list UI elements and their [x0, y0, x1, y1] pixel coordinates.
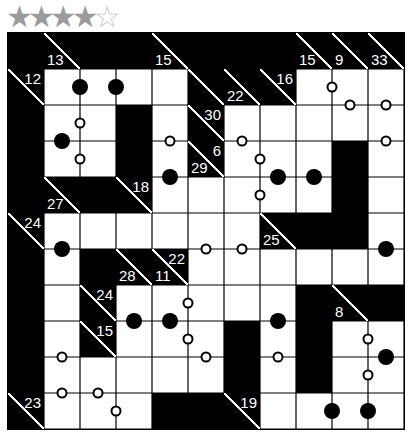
- kropki-dot-white: [111, 406, 122, 417]
- cell-r8-c8: [296, 321, 332, 357]
- across-clue: 24: [96, 287, 113, 302]
- cell-r9-c4[interactable]: [152, 357, 188, 393]
- cell-r3-c9: [332, 141, 368, 177]
- cell-r6-c9[interactable]: [332, 249, 368, 285]
- kropki-dot-white: [201, 244, 212, 255]
- across-clue: 15: [96, 323, 113, 338]
- star-filled-icon: ★: [28, 0, 50, 34]
- kropki-dot-white: [273, 352, 284, 363]
- cell-r7-c10: [368, 285, 404, 321]
- across-clue: 18: [132, 179, 149, 194]
- cell-r1-c0: 12: [8, 69, 44, 105]
- down-clue: 8: [335, 304, 343, 319]
- cell-r5-c7: 25: [260, 213, 296, 249]
- down-clue: 33: [371, 52, 388, 67]
- cell-r5-c3[interactable]: [116, 213, 152, 249]
- cell-r5-c0: 24: [8, 213, 44, 249]
- cell-r10-c6: 19: [224, 393, 260, 429]
- kropki-dot-black: [324, 403, 340, 419]
- kropki-dot-black: [360, 403, 376, 419]
- kropki-dot-white: [327, 82, 338, 93]
- kropki-dot-white: [93, 388, 104, 399]
- difficulty-rating: ★★★★☆: [6, 0, 116, 33]
- down-clue: 27: [47, 196, 64, 211]
- kropki-dot-white: [75, 118, 86, 129]
- kropki-dot-white: [57, 388, 68, 399]
- puzzle-screen: ★★★★☆ 1315159331222163062927182425282211…: [0, 0, 410, 435]
- cell-r7-c1[interactable]: [44, 285, 80, 321]
- cell-r7-c2: 24: [80, 285, 116, 321]
- cell-r0-c10: 33: [368, 33, 404, 69]
- cell-r5-c4[interactable]: [152, 213, 188, 249]
- cell-r8-c0: [8, 321, 44, 357]
- down-clue: 11: [155, 268, 171, 283]
- across-clue: 30: [204, 107, 221, 122]
- kropki-dot-black: [162, 169, 178, 185]
- star-filled-icon: ★: [72, 0, 94, 34]
- kropki-dot-white: [183, 298, 194, 309]
- kropki-dot-black: [306, 169, 322, 185]
- down-clue: 15: [299, 52, 316, 67]
- down-clue: 13: [47, 52, 64, 67]
- down-clue: 15: [155, 52, 172, 67]
- cell-r9-c8: [296, 357, 332, 393]
- down-clue: 9: [335, 52, 343, 67]
- cell-r7-c0: [8, 285, 44, 321]
- cell-r2-c5: 30: [188, 105, 224, 141]
- cell-r5-c8: [296, 213, 332, 249]
- cell-r6-c8[interactable]: [296, 249, 332, 285]
- down-clue: 22: [227, 88, 244, 103]
- kropki-dot-white: [363, 334, 374, 345]
- down-clue: 25: [263, 232, 280, 247]
- cell-r1-c5: [188, 69, 224, 105]
- cell-r7-c6[interactable]: [224, 285, 260, 321]
- down-clue: 29: [191, 160, 208, 175]
- cell-r4-c5[interactable]: [188, 177, 224, 213]
- cell-r8-c2: 15: [80, 321, 116, 357]
- cell-r10-c4: [152, 393, 188, 429]
- kropki-dot-black: [54, 241, 70, 257]
- kropki-dot-black: [378, 349, 394, 365]
- kropki-dot-black: [378, 241, 394, 257]
- across-clue: 22: [168, 251, 185, 266]
- cell-r2-c3: [116, 105, 152, 141]
- cell-r5-c2[interactable]: [80, 213, 116, 249]
- cell-r0-c4: 15: [152, 33, 188, 69]
- cell-r10-c7[interactable]: [260, 393, 296, 429]
- kropki-dot-black: [162, 313, 178, 329]
- cell-r8-c6: [224, 321, 260, 357]
- cell-r0-c6: [224, 33, 260, 69]
- cell-r3-c0: [8, 141, 44, 177]
- kropki-dot-white: [255, 190, 266, 201]
- star-filled-icon: ★: [6, 0, 28, 34]
- cell-r4-c2: [80, 177, 116, 213]
- cell-r3-c5: 629: [188, 141, 224, 177]
- cell-r4-c0: [8, 177, 44, 213]
- cell-r6-c2: [80, 249, 116, 285]
- cell-r7-c8: [296, 285, 332, 321]
- kropki-dot-white: [183, 334, 194, 345]
- across-clue: 6: [213, 143, 221, 158]
- cell-r7-c9: 8: [332, 285, 368, 321]
- kropki-dot-white: [237, 244, 248, 255]
- cell-r3-c3: [116, 141, 152, 177]
- cell-r0-c5: [188, 33, 224, 69]
- cell-r2-c7[interactable]: [260, 105, 296, 141]
- kropki-dot-black: [126, 313, 142, 329]
- across-clue: 12: [24, 71, 41, 86]
- cell-r0-c8: 15: [296, 33, 332, 69]
- cell-r0-c9: 9: [332, 33, 368, 69]
- cell-r10-c0: 23: [8, 393, 44, 429]
- cell-r1-c6: 22: [224, 69, 260, 105]
- cell-r4-c1: 27: [44, 177, 80, 213]
- cell-r0-c7: [260, 33, 296, 69]
- kropki-dot-white: [381, 136, 392, 147]
- cell-r2-c8[interactable]: [296, 105, 332, 141]
- cell-r0-c3: [116, 33, 152, 69]
- cell-r4-c10[interactable]: [368, 177, 404, 213]
- kropki-dot-black: [54, 133, 70, 149]
- across-clue: 23: [24, 395, 41, 410]
- down-clue: 28: [119, 268, 136, 283]
- kropki-dot-black: [270, 313, 286, 329]
- star-empty-icon: ☆: [94, 0, 116, 34]
- cell-r4-c3: 18: [116, 177, 152, 213]
- kropki-dot-white: [75, 154, 86, 165]
- kropki-dot-white: [345, 100, 356, 111]
- across-clue: 16: [276, 71, 293, 86]
- cell-r2-c0: [8, 105, 44, 141]
- cell-r0-c1: 13: [44, 33, 80, 69]
- cell-r0-c2: [80, 33, 116, 69]
- kropki-dot-white: [255, 154, 266, 165]
- cell-r6-c3: 28: [116, 249, 152, 285]
- cell-r9-c6: [224, 357, 260, 393]
- cell-r1-c4[interactable]: [152, 69, 188, 105]
- kropki-dot-black: [108, 79, 124, 95]
- kropki-dot-white: [201, 352, 212, 363]
- cell-r6-c0: [8, 249, 44, 285]
- across-clue: 19: [240, 395, 257, 410]
- kakuro-board: 1315159331222163062927182425282211248152…: [8, 33, 404, 429]
- cell-r10-c5: [188, 393, 224, 429]
- kropki-dot-black: [72, 79, 88, 95]
- cell-r1-c7: 16: [260, 69, 296, 105]
- cell-r4-c9: [332, 177, 368, 213]
- star-filled-icon: ★: [50, 0, 72, 34]
- kropki-dot-white: [57, 352, 68, 363]
- kropki-dot-white: [381, 100, 392, 111]
- kropki-dot-white: [165, 136, 176, 147]
- cell-r9-c3[interactable]: [116, 357, 152, 393]
- kropki-dot-white: [237, 136, 248, 147]
- kropki-dot-black: [270, 169, 286, 185]
- cell-r6-c4: 2211: [152, 249, 188, 285]
- kropki-dot-white: [363, 370, 374, 381]
- across-clue: 24: [24, 215, 41, 230]
- cell-r9-c0: [8, 357, 44, 393]
- cell-r6-c7[interactable]: [260, 249, 296, 285]
- cell-r5-c9: [332, 213, 368, 249]
- cell-r0-c0: [8, 33, 44, 69]
